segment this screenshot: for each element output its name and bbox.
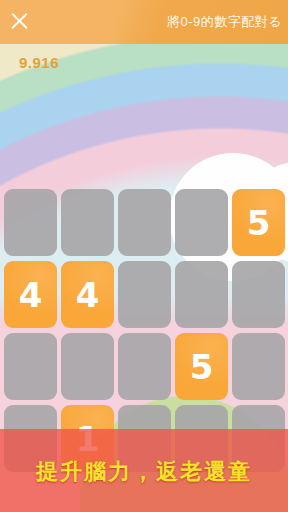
- tile-5[interactable]: 5: [232, 189, 285, 256]
- empty-slot[interactable]: [118, 189, 171, 256]
- top-bar: 將0-9的數字配對る: [0, 0, 288, 44]
- top-bar-title: 將0-9的數字配對る: [167, 0, 282, 44]
- empty-slot[interactable]: [118, 333, 171, 400]
- empty-slot[interactable]: [61, 189, 114, 256]
- score-value: 9.916: [19, 54, 59, 71]
- empty-slot[interactable]: [232, 333, 285, 400]
- empty-slot[interactable]: [4, 333, 57, 400]
- empty-slot[interactable]: [118, 261, 171, 328]
- close-icon[interactable]: [10, 12, 29, 31]
- promo-banner[interactable]: 提升腦力，返老還童: [0, 429, 288, 512]
- empty-slot[interactable]: [61, 333, 114, 400]
- tile-4[interactable]: 4: [4, 261, 57, 328]
- empty-slot[interactable]: [4, 189, 57, 256]
- empty-slot[interactable]: [175, 261, 228, 328]
- empty-slot[interactable]: [175, 189, 228, 256]
- promo-banner-text: 提升腦力，返老還童: [0, 457, 288, 487]
- tile-4[interactable]: 4: [61, 261, 114, 328]
- tile-5[interactable]: 5: [175, 333, 228, 400]
- empty-slot[interactable]: [232, 261, 285, 328]
